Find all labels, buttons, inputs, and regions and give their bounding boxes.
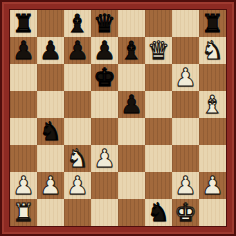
square-e5[interactable]: ♟ [118,91,145,118]
square-f7[interactable]: ♛ [145,37,172,64]
square-b5[interactable] [37,91,64,118]
piece-black-bishop[interactable]: ♝ [64,10,91,37]
square-g1[interactable]: ♚ [172,199,199,226]
square-f6[interactable] [145,64,172,91]
piece-white-knight[interactable]: ♞ [64,145,91,172]
square-b8[interactable] [37,10,64,37]
piece-black-pawn[interactable]: ♟ [37,37,64,64]
square-a5[interactable] [10,91,37,118]
square-c2[interactable]: ♟ [64,172,91,199]
square-a4[interactable] [10,118,37,145]
square-c4[interactable] [64,118,91,145]
square-b3[interactable] [37,145,64,172]
piece-black-king[interactable]: ♚ [91,64,118,91]
square-a8[interactable]: ♜ [10,10,37,37]
piece-black-queen[interactable]: ♛ [91,10,118,37]
square-h7[interactable]: ♞ [199,37,226,64]
square-a2[interactable]: ♟ [10,172,37,199]
piece-white-knight[interactable]: ♞ [199,37,226,64]
piece-white-pawn[interactable]: ♟ [199,172,226,199]
square-h5[interactable]: ♝ [199,91,226,118]
square-h6[interactable] [199,64,226,91]
square-f4[interactable] [145,118,172,145]
square-c8[interactable]: ♝ [64,10,91,37]
piece-black-knight[interactable]: ♞ [145,199,172,226]
square-d6[interactable]: ♚ [91,64,118,91]
square-e8[interactable] [118,10,145,37]
piece-black-pawn[interactable]: ♟ [10,37,37,64]
square-a3[interactable] [10,145,37,172]
square-e6[interactable] [118,64,145,91]
piece-black-bishop[interactable]: ♝ [118,37,145,64]
square-b4[interactable]: ♞ [37,118,64,145]
piece-white-king[interactable]: ♚ [172,199,199,226]
square-c3[interactable]: ♞ [64,145,91,172]
square-g6[interactable]: ♟ [172,64,199,91]
square-d3[interactable]: ♟ [91,145,118,172]
square-d8[interactable]: ♛ [91,10,118,37]
square-h3[interactable] [199,145,226,172]
square-b6[interactable] [37,64,64,91]
piece-white-pawn[interactable]: ♟ [172,172,199,199]
piece-black-rook[interactable]: ♜ [10,10,37,37]
square-a1[interactable]: ♜ [10,199,37,226]
square-g2[interactable]: ♟ [172,172,199,199]
square-b1[interactable] [37,199,64,226]
square-e2[interactable] [118,172,145,199]
square-c5[interactable] [64,91,91,118]
square-h8[interactable]: ♜ [199,10,226,37]
square-h2[interactable]: ♟ [199,172,226,199]
square-e1[interactable] [118,199,145,226]
square-g5[interactable] [172,91,199,118]
square-f2[interactable] [145,172,172,199]
square-b7[interactable]: ♟ [37,37,64,64]
piece-black-pawn[interactable]: ♟ [118,91,145,118]
square-d5[interactable] [91,91,118,118]
piece-black-pawn[interactable]: ♟ [91,37,118,64]
square-d7[interactable]: ♟ [91,37,118,64]
piece-white-pawn[interactable]: ♟ [10,172,37,199]
piece-black-pawn[interactable]: ♟ [64,37,91,64]
piece-white-queen[interactable]: ♛ [145,37,172,64]
piece-white-pawn[interactable]: ♟ [37,172,64,199]
square-g8[interactable] [172,10,199,37]
piece-white-pawn[interactable]: ♟ [64,172,91,199]
square-g3[interactable] [172,145,199,172]
square-g4[interactable] [172,118,199,145]
square-c7[interactable]: ♟ [64,37,91,64]
square-a7[interactable]: ♟ [10,37,37,64]
board-frame: ♜♝♛♜♟♟♟♟♝♛♞♚♟♟♝♞♞♟♟♟♟♟♟♜♞♚ [0,0,236,236]
square-h1[interactable] [199,199,226,226]
piece-white-pawn[interactable]: ♟ [172,64,199,91]
square-a6[interactable] [10,64,37,91]
square-e7[interactable]: ♝ [118,37,145,64]
square-e3[interactable] [118,145,145,172]
square-e4[interactable] [118,118,145,145]
piece-white-bishop[interactable]: ♝ [199,91,226,118]
square-f8[interactable] [145,10,172,37]
square-d2[interactable] [91,172,118,199]
square-d4[interactable] [91,118,118,145]
square-g7[interactable] [172,37,199,64]
square-d1[interactable] [91,199,118,226]
square-f1[interactable]: ♞ [145,199,172,226]
square-f5[interactable] [145,91,172,118]
piece-white-pawn[interactable]: ♟ [91,145,118,172]
square-h4[interactable] [199,118,226,145]
square-b2[interactable]: ♟ [37,172,64,199]
square-c6[interactable] [64,64,91,91]
chess-board: ♜♝♛♜♟♟♟♟♝♛♞♚♟♟♝♞♞♟♟♟♟♟♟♜♞♚ [10,10,226,226]
piece-white-rook[interactable]: ♜ [10,199,37,226]
piece-black-rook[interactable]: ♜ [199,10,226,37]
square-f3[interactable] [145,145,172,172]
piece-black-knight[interactable]: ♞ [37,118,64,145]
square-c1[interactable] [64,199,91,226]
